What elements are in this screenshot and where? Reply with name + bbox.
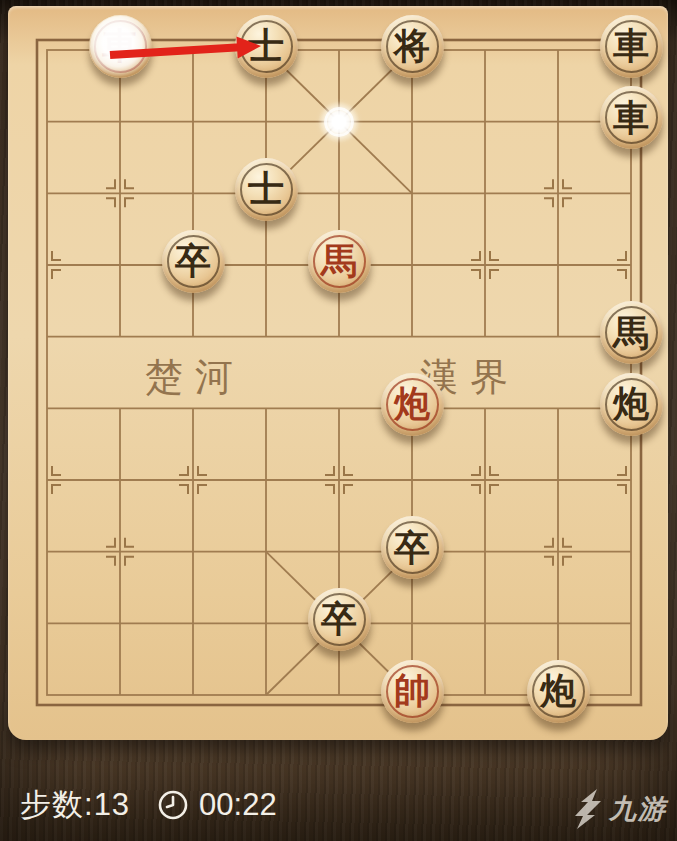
piece-glyph: 馬 — [613, 314, 649, 350]
piece-black-horse[interactable]: 馬 — [600, 301, 663, 364]
piece-black-soldier[interactable]: 卒 — [381, 516, 444, 579]
piece-glyph: 炮 — [540, 672, 576, 708]
piece-glyph: 卒 — [321, 600, 357, 636]
move-counter-value: 13 — [94, 787, 130, 822]
piece-black-soldier[interactable]: 卒 — [162, 230, 225, 293]
piece-black-chariot[interactable]: 車 — [600, 86, 663, 149]
piece-red-chariot[interactable]: 車 — [89, 15, 152, 78]
piece-black-chariot[interactable]: 車 — [600, 15, 663, 78]
watermark-text: 九游 — [609, 791, 667, 827]
piece-glyph: 車 — [613, 99, 649, 135]
move-counter: 步数:13 — [20, 784, 130, 826]
piece-black-advisor[interactable]: 士 — [235, 15, 298, 78]
piece-glyph: 将 — [394, 27, 430, 63]
piece-black-cannon[interactable]: 炮 — [527, 660, 590, 723]
piece-black-general[interactable]: 将 — [381, 15, 444, 78]
piece-glyph: 卒 — [394, 529, 430, 565]
piece-red-general[interactable]: 帥 — [381, 660, 444, 723]
piece-glyph: 士 — [248, 170, 284, 206]
piece-black-soldier[interactable]: 卒 — [308, 588, 371, 651]
watermark-logo: 九游 — [573, 789, 667, 829]
piece-glyph: 士 — [248, 27, 284, 63]
piece-glyph: 馬 — [321, 242, 357, 278]
piece-glyph: 卒 — [175, 242, 211, 278]
piece-red-cannon[interactable]: 炮 — [381, 373, 444, 436]
piece-glyph: 炮 — [613, 385, 649, 421]
piece-glyph: 車 — [613, 27, 649, 63]
river-label-left: 楚河 — [145, 355, 245, 399]
piece-glyph: 帥 — [394, 672, 430, 708]
piece-red-horse[interactable]: 馬 — [308, 230, 371, 293]
clock-icon — [156, 788, 190, 822]
piece-glyph: 炮 — [394, 385, 430, 421]
9game-logo-icon — [573, 789, 603, 829]
move-counter-label: 步数: — [20, 787, 94, 822]
piece-black-cannon[interactable]: 炮 — [600, 373, 663, 436]
timer-value: 00:22 — [199, 787, 277, 823]
piece-black-advisor[interactable]: 士 — [235, 158, 298, 221]
xiangqi-board[interactable]: 楚河漢界 車士将車車士卒馬馬炮炮卒卒帥炮 — [8, 6, 668, 740]
piece-glyph: 車 — [102, 27, 138, 63]
